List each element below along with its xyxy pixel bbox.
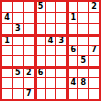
sudoku-cell[interactable]: [24, 2, 34, 12]
sudoku-cell[interactable]: [13, 46, 23, 56]
sudoku-cell[interactable]: [89, 56, 99, 66]
sudoku-cell[interactable]: 5: [35, 2, 45, 12]
sudoku-cell[interactable]: [35, 89, 45, 99]
sudoku-cell[interactable]: [89, 89, 99, 99]
sudoku-cell[interactable]: [46, 13, 56, 23]
sudoku-cell[interactable]: 4: [67, 78, 77, 88]
sudoku-cell[interactable]: [2, 24, 12, 34]
sudoku-cell[interactable]: 4: [46, 35, 56, 45]
sudoku-cell[interactable]: 2: [89, 2, 99, 12]
sudoku-cell[interactable]: 1: [2, 35, 12, 45]
sudoku-cell[interactable]: [13, 78, 23, 88]
sudoku-board: 52413143675526487: [0, 0, 101, 101]
sudoku-cell[interactable]: [2, 2, 12, 12]
sudoku-cell[interactable]: [13, 35, 23, 45]
sudoku-cell[interactable]: [67, 56, 77, 66]
sudoku-cell[interactable]: 2: [24, 67, 34, 77]
sudoku-cell[interactable]: [56, 67, 66, 77]
sudoku-cell[interactable]: [24, 56, 34, 66]
sudoku-cell[interactable]: [24, 78, 34, 88]
sudoku-cell[interactable]: [46, 24, 56, 34]
sudoku-cell[interactable]: [89, 78, 99, 88]
sudoku-cell[interactable]: [78, 35, 88, 45]
sudoku-cell[interactable]: [67, 2, 77, 12]
sudoku-cell[interactable]: [46, 78, 56, 88]
sudoku-cell[interactable]: [24, 24, 34, 34]
sudoku-cell[interactable]: [24, 13, 34, 23]
sudoku-cell[interactable]: [24, 46, 34, 56]
sudoku-cell[interactable]: [67, 35, 77, 45]
sudoku-cell[interactable]: 7: [24, 89, 34, 99]
sudoku-cell[interactable]: [35, 13, 45, 23]
sudoku-cell[interactable]: [13, 2, 23, 12]
sudoku-cell[interactable]: [24, 35, 34, 45]
sudoku-cell[interactable]: [56, 2, 66, 12]
sudoku-cell[interactable]: [35, 78, 45, 88]
sudoku-cell[interactable]: [78, 67, 88, 77]
sudoku-cell[interactable]: [78, 2, 88, 12]
sudoku-cell[interactable]: [46, 2, 56, 12]
sudoku-cell[interactable]: [78, 89, 88, 99]
sudoku-cell[interactable]: [2, 46, 12, 56]
sudoku-cell[interactable]: 5: [13, 67, 23, 77]
sudoku-cell[interactable]: [2, 78, 12, 88]
sudoku-cell[interactable]: [35, 35, 45, 45]
sudoku-cell[interactable]: [35, 24, 45, 34]
sudoku-cell[interactable]: 7: [89, 46, 99, 56]
sudoku-cell[interactable]: [2, 89, 12, 99]
sudoku-cell[interactable]: [13, 89, 23, 99]
sudoku-cell[interactable]: 8: [78, 78, 88, 88]
sudoku-cell[interactable]: [78, 13, 88, 23]
sudoku-cell[interactable]: 1: [67, 13, 77, 23]
sudoku-cell[interactable]: 4: [2, 13, 12, 23]
sudoku-cell[interactable]: [46, 56, 56, 66]
sudoku-cell[interactable]: 3: [56, 35, 66, 45]
sudoku-cell[interactable]: 6: [35, 67, 45, 77]
sudoku-cell[interactable]: [2, 56, 12, 66]
sudoku-cell[interactable]: [56, 56, 66, 66]
sudoku-cell[interactable]: [46, 46, 56, 56]
sudoku-cell[interactable]: [89, 13, 99, 23]
sudoku-cell[interactable]: [35, 46, 45, 56]
sudoku-cell[interactable]: [2, 67, 12, 77]
sudoku-cell[interactable]: 5: [78, 56, 88, 66]
sudoku-cell[interactable]: [56, 13, 66, 23]
sudoku-cell[interactable]: [35, 56, 45, 66]
sudoku-cell[interactable]: [13, 56, 23, 66]
sudoku-cell[interactable]: [46, 89, 56, 99]
sudoku-cell[interactable]: [67, 24, 77, 34]
sudoku-cell[interactable]: [56, 78, 66, 88]
sudoku-cell[interactable]: [46, 67, 56, 77]
sudoku-cell[interactable]: 6: [67, 46, 77, 56]
sudoku-cell[interactable]: [78, 24, 88, 34]
sudoku-cell[interactable]: [67, 67, 77, 77]
sudoku-cell[interactable]: [89, 35, 99, 45]
sudoku-cell[interactable]: [78, 46, 88, 56]
sudoku-cell[interactable]: [67, 89, 77, 99]
sudoku-cell[interactable]: [56, 89, 66, 99]
sudoku-cell[interactable]: [89, 67, 99, 77]
sudoku-cell[interactable]: 3: [13, 24, 23, 34]
sudoku-cell[interactable]: [56, 24, 66, 34]
sudoku-cell[interactable]: [56, 46, 66, 56]
sudoku-cell[interactable]: [13, 13, 23, 23]
sudoku-cell[interactable]: [89, 24, 99, 34]
